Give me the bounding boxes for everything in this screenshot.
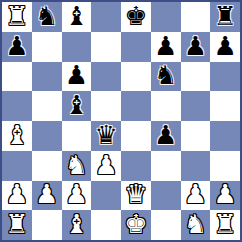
square-f1[interactable] <box>151 210 181 240</box>
white-pawn[interactable]: ♟ <box>65 181 88 207</box>
square-d4[interactable]: ♛ <box>91 121 121 151</box>
square-f4[interactable]: ♟ <box>151 121 181 151</box>
square-e8[interactable]: ♚ <box>121 2 151 32</box>
chess-board: ♜♞♝♚♜♟♟♟♟♟♞♝♝♛♟♞♟♟♟♟♛♟♟♜♝♚♞♜ <box>2 2 240 240</box>
square-f3[interactable] <box>151 151 181 181</box>
square-g1[interactable]: ♞ <box>181 210 211 240</box>
square-b5[interactable] <box>32 91 62 121</box>
square-c1[interactable]: ♝ <box>62 210 92 240</box>
black-rook[interactable]: ♜ <box>213 3 236 29</box>
square-d8[interactable] <box>91 2 121 32</box>
square-b7[interactable] <box>32 32 62 62</box>
square-g7[interactable]: ♟ <box>181 32 211 62</box>
white-pawn[interactable]: ♟ <box>35 181 58 207</box>
square-h2[interactable]: ♟ <box>210 181 240 211</box>
square-a7[interactable]: ♟ <box>2 32 32 62</box>
square-d7[interactable] <box>91 32 121 62</box>
black-pawn[interactable]: ♟ <box>213 33 236 59</box>
square-h5[interactable] <box>210 91 240 121</box>
white-rook[interactable]: ♜ <box>213 211 236 237</box>
square-c7[interactable] <box>62 32 92 62</box>
square-g5[interactable] <box>181 91 211 121</box>
square-b2[interactable]: ♟ <box>32 181 62 211</box>
black-pawn[interactable]: ♟ <box>65 62 88 88</box>
square-h1[interactable]: ♜ <box>210 210 240 240</box>
white-knight[interactable]: ♞ <box>184 211 207 237</box>
square-a2[interactable]: ♟ <box>2 181 32 211</box>
white-pawn[interactable]: ♟ <box>94 152 117 178</box>
white-bishop[interactable]: ♝ <box>65 211 88 237</box>
square-e7[interactable] <box>121 32 151 62</box>
square-a4[interactable]: ♝ <box>2 121 32 151</box>
square-h3[interactable] <box>210 151 240 181</box>
square-e3[interactable] <box>121 151 151 181</box>
square-b6[interactable] <box>32 62 62 92</box>
square-b3[interactable] <box>32 151 62 181</box>
square-e4[interactable] <box>121 121 151 151</box>
black-bishop[interactable]: ♝ <box>65 3 88 29</box>
square-e2[interactable]: ♛ <box>121 181 151 211</box>
square-a6[interactable] <box>2 62 32 92</box>
square-g3[interactable] <box>181 151 211 181</box>
black-knight[interactable]: ♞ <box>35 3 58 29</box>
white-knight[interactable]: ♞ <box>65 152 88 178</box>
square-f5[interactable] <box>151 91 181 121</box>
square-e1[interactable]: ♚ <box>121 210 151 240</box>
square-g6[interactable] <box>181 62 211 92</box>
square-c3[interactable]: ♞ <box>62 151 92 181</box>
square-h4[interactable] <box>210 121 240 151</box>
white-queen[interactable]: ♛ <box>124 181 147 207</box>
square-d3[interactable]: ♟ <box>91 151 121 181</box>
square-d2[interactable] <box>91 181 121 211</box>
square-c5[interactable]: ♝ <box>62 91 92 121</box>
square-g4[interactable] <box>181 121 211 151</box>
square-f7[interactable]: ♟ <box>151 32 181 62</box>
square-f6[interactable]: ♞ <box>151 62 181 92</box>
white-bishop[interactable]: ♝ <box>5 122 28 148</box>
square-c6[interactable]: ♟ <box>62 62 92 92</box>
black-queen[interactable]: ♛ <box>94 122 117 148</box>
black-king[interactable]: ♚ <box>124 3 147 29</box>
square-c4[interactable] <box>62 121 92 151</box>
square-b8[interactable]: ♞ <box>32 2 62 32</box>
white-pawn[interactable]: ♟ <box>184 181 207 207</box>
black-pawn[interactable]: ♟ <box>154 122 177 148</box>
square-e5[interactable] <box>121 91 151 121</box>
square-h7[interactable]: ♟ <box>210 32 240 62</box>
black-pawn[interactable]: ♟ <box>5 33 28 59</box>
square-a5[interactable] <box>2 91 32 121</box>
square-a8[interactable]: ♜ <box>2 2 32 32</box>
white-rook[interactable]: ♜ <box>5 211 28 237</box>
square-b1[interactable] <box>32 210 62 240</box>
square-c8[interactable]: ♝ <box>62 2 92 32</box>
black-pawn[interactable]: ♟ <box>154 33 177 59</box>
black-pawn[interactable]: ♟ <box>184 33 207 59</box>
square-g2[interactable]: ♟ <box>181 181 211 211</box>
white-pawn[interactable]: ♟ <box>5 181 28 207</box>
square-c2[interactable]: ♟ <box>62 181 92 211</box>
square-h8[interactable]: ♜ <box>210 2 240 32</box>
square-d5[interactable] <box>91 91 121 121</box>
square-e6[interactable] <box>121 62 151 92</box>
square-f2[interactable] <box>151 181 181 211</box>
square-d1[interactable] <box>91 210 121 240</box>
white-king[interactable]: ♚ <box>124 211 147 237</box>
black-knight[interactable]: ♞ <box>154 62 177 88</box>
square-b4[interactable] <box>32 121 62 151</box>
square-a3[interactable] <box>2 151 32 181</box>
black-bishop[interactable]: ♝ <box>65 92 88 118</box>
square-g8[interactable] <box>181 2 211 32</box>
white-rook[interactable]: ♜ <box>5 3 28 29</box>
square-d6[interactable] <box>91 62 121 92</box>
white-pawn[interactable]: ♟ <box>213 181 236 207</box>
square-a1[interactable]: ♜ <box>2 210 32 240</box>
square-h6[interactable] <box>210 62 240 92</box>
square-f8[interactable] <box>151 2 181 32</box>
chess-board-frame: ♜♞♝♚♜♟♟♟♟♟♞♝♝♛♟♞♟♟♟♟♛♟♟♜♝♚♞♜ <box>0 0 242 242</box>
